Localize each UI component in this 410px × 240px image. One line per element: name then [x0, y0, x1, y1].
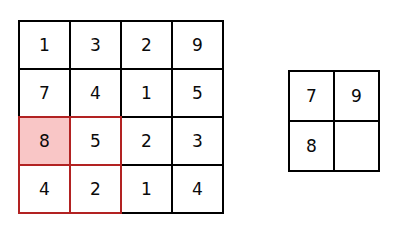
input-grid-cell-r4c2: 2: [70, 165, 121, 213]
input-grid-cell-r1c1: 1: [19, 21, 70, 69]
input-grid-cell-r1c2: 3: [70, 21, 121, 69]
output-grid-cell-r1c1: 7: [289, 71, 334, 121]
output-grid: 798: [288, 70, 380, 172]
output-grid-cell-r2c1: 8: [289, 121, 334, 171]
input-grid-cell-r3c3: 2: [121, 117, 172, 165]
canvas: 1329741585234214 798: [0, 0, 410, 240]
input-grid-cell-r2c2: 4: [70, 69, 121, 117]
input-grid-cell-r2c1: 7: [19, 69, 70, 117]
input-grid-cell-r4c1: 4: [19, 165, 70, 213]
input-grid-cell-r2c4: 5: [172, 69, 223, 117]
input-grid-cell-r4c4: 4: [172, 165, 223, 213]
input-grid: 1329741585234214: [18, 20, 224, 214]
input-grid-cell-r3c2: 5: [70, 117, 121, 165]
input-grid-cell-r4c3: 1: [121, 165, 172, 213]
output-grid-cell-r1c2: 9: [334, 71, 379, 121]
input-grid-cell-r1c3: 2: [121, 21, 172, 69]
input-grid-cell-r3c1: 8: [19, 117, 70, 165]
output-grid-cell-r2c2: [334, 121, 379, 171]
input-grid-cell-r2c3: 1: [121, 69, 172, 117]
input-grid-cell-r3c4: 3: [172, 117, 223, 165]
input-grid-cell-r1c4: 9: [172, 21, 223, 69]
